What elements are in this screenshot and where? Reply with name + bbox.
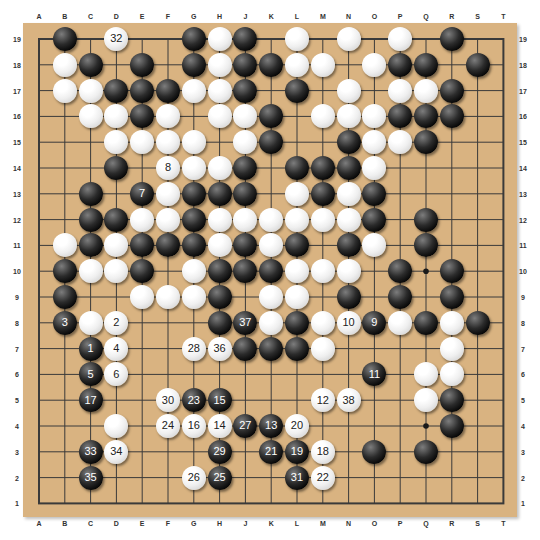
stone-D4[interactable]: [104, 414, 128, 438]
stone-Q8[interactable]: [414, 311, 438, 335]
stone-F9[interactable]: [156, 285, 180, 309]
stone-L14[interactable]: [285, 156, 309, 180]
coord-label: 19: [13, 36, 21, 43]
stone-C18[interactable]: [79, 53, 103, 77]
move-number: 13: [265, 420, 277, 431]
coord-label: D: [114, 520, 119, 527]
stone-F14[interactable]: 8: [156, 156, 180, 180]
stone-E11[interactable]: [130, 233, 154, 257]
stone-K7[interactable]: [259, 337, 283, 361]
stone-H18[interactable]: [208, 53, 232, 77]
stone-D6[interactable]: 6: [104, 362, 128, 386]
stone-L2[interactable]: 31: [285, 466, 309, 490]
stone-G9[interactable]: [182, 285, 206, 309]
stone-C5[interactable]: 17: [79, 388, 103, 412]
stone-G2[interactable]: 26: [182, 466, 206, 490]
stone-G14[interactable]: [182, 156, 206, 180]
coord-label: R: [449, 13, 454, 20]
stone-F5[interactable]: 30: [156, 388, 180, 412]
stone-C13[interactable]: [79, 182, 103, 206]
coord-label: 10: [13, 268, 21, 275]
stone-N10[interactable]: [337, 259, 361, 283]
stone-P18[interactable]: [388, 53, 412, 77]
move-number: 21: [265, 446, 277, 457]
stone-N13[interactable]: [337, 182, 361, 206]
stone-H12[interactable]: [208, 208, 232, 232]
stone-M5[interactable]: 12: [311, 388, 335, 412]
stone-B17[interactable]: [53, 79, 77, 103]
stone-N16[interactable]: [337, 104, 361, 128]
stone-Q16[interactable]: [414, 104, 438, 128]
coord-label: O: [372, 520, 377, 527]
move-number: 31: [291, 472, 303, 483]
move-number: 27: [239, 420, 251, 431]
move-number: 8: [165, 162, 171, 173]
move-number: 6: [113, 369, 119, 380]
stone-J13[interactable]: [233, 182, 257, 206]
coord-label: 3: [521, 448, 525, 455]
coord-label: A: [36, 13, 41, 20]
stone-L13[interactable]: [285, 182, 309, 206]
stone-D19[interactable]: 32: [104, 27, 128, 51]
stone-M8[interactable]: [311, 311, 335, 335]
stone-J18[interactable]: [233, 53, 257, 77]
move-number: 26: [188, 472, 200, 483]
stone-N11[interactable]: [337, 233, 361, 257]
stone-H13[interactable]: [208, 182, 232, 206]
coord-label: 17: [13, 87, 21, 94]
stone-K16[interactable]: [259, 104, 283, 128]
stone-J8[interactable]: 37: [233, 311, 257, 335]
coord-label: 6: [521, 371, 525, 378]
stone-K4[interactable]: 13: [259, 414, 283, 438]
coord-label: 8: [15, 319, 19, 326]
stone-N15[interactable]: [337, 130, 361, 154]
stone-G12[interactable]: [182, 208, 206, 232]
stone-S18[interactable]: [466, 53, 490, 77]
stone-H5[interactable]: 15: [208, 388, 232, 412]
stone-F12[interactable]: [156, 208, 180, 232]
stone-M14[interactable]: [311, 156, 335, 180]
move-number: 34: [110, 446, 122, 457]
stone-P16[interactable]: [388, 104, 412, 128]
stone-M18[interactable]: [311, 53, 335, 77]
stone-O18[interactable]: [362, 53, 386, 77]
move-number: 10: [342, 317, 354, 328]
coord-label: S: [475, 13, 480, 20]
stone-K15[interactable]: [259, 130, 283, 154]
stone-R10[interactable]: [440, 259, 464, 283]
coord-label: K: [269, 13, 274, 20]
stone-F13[interactable]: [156, 182, 180, 206]
move-number: 17: [84, 395, 96, 406]
stone-D12[interactable]: [104, 208, 128, 232]
coord-label: 3: [15, 448, 19, 455]
move-number: 23: [188, 395, 200, 406]
coord-label: J: [243, 520, 247, 527]
stone-D14[interactable]: [104, 156, 128, 180]
move-number: 29: [213, 446, 225, 457]
coord-label: C: [88, 520, 93, 527]
coord-label: 16: [519, 113, 527, 120]
move-number: 30: [162, 395, 174, 406]
stone-E12[interactable]: [130, 208, 154, 232]
coord-label: G: [191, 13, 196, 20]
stone-D10[interactable]: [104, 259, 128, 283]
coord-label: 11: [13, 242, 20, 249]
move-number: 20: [291, 420, 303, 431]
coord-label: 18: [13, 61, 21, 68]
stone-R7[interactable]: [440, 337, 464, 361]
stone-D17[interactable]: [104, 79, 128, 103]
stone-L4[interactable]: 20: [285, 414, 309, 438]
coord-label: 7: [521, 345, 525, 352]
stone-L8[interactable]: [285, 311, 309, 335]
stone-K10[interactable]: [259, 259, 283, 283]
stone-O13[interactable]: [362, 182, 386, 206]
stone-O8[interactable]: 9: [362, 311, 386, 335]
stone-F4[interactable]: 24: [156, 414, 180, 438]
stone-G17[interactable]: [182, 79, 206, 103]
coord-label: T: [501, 520, 505, 527]
stone-M16[interactable]: [311, 104, 335, 128]
move-number: 9: [371, 317, 377, 328]
stone-L17[interactable]: [285, 79, 309, 103]
coord-label: T: [501, 13, 505, 20]
stone-J14[interactable]: [233, 156, 257, 180]
stone-C6[interactable]: 5: [79, 362, 103, 386]
stone-M12[interactable]: [311, 208, 335, 232]
stone-K3[interactable]: 21: [259, 440, 283, 464]
move-number: 18: [317, 446, 329, 457]
stone-N8[interactable]: 10: [337, 311, 361, 335]
stone-O6[interactable]: 11: [362, 362, 386, 386]
coord-label: 16: [13, 113, 21, 120]
move-number: 16: [188, 420, 200, 431]
coord-label: E: [140, 13, 145, 20]
stone-B9[interactable]: [53, 285, 77, 309]
coord-label: H: [217, 520, 222, 527]
stone-E15[interactable]: [130, 130, 154, 154]
stone-P9[interactable]: [388, 285, 412, 309]
stone-H8[interactable]: [208, 311, 232, 335]
stone-R6[interactable]: [440, 362, 464, 386]
stone-J19[interactable]: [233, 27, 257, 51]
stone-Q12[interactable]: [414, 208, 438, 232]
stone-R16[interactable]: [440, 104, 464, 128]
stone-G10[interactable]: [182, 259, 206, 283]
stone-R19[interactable]: [440, 27, 464, 51]
stone-O12[interactable]: [362, 208, 386, 232]
stone-J17[interactable]: [233, 79, 257, 103]
stone-R17[interactable]: [440, 79, 464, 103]
stone-M10[interactable]: [311, 259, 335, 283]
move-number: 24: [162, 420, 174, 431]
coord-label: Q: [423, 13, 428, 20]
stone-J10[interactable]: [233, 259, 257, 283]
stone-E18[interactable]: [130, 53, 154, 77]
stone-Q17[interactable]: [414, 79, 438, 103]
stone-G7[interactable]: 28: [182, 337, 206, 361]
coord-label: 2: [521, 474, 525, 481]
stone-J7[interactable]: [233, 337, 257, 361]
stone-P8[interactable]: [388, 311, 412, 335]
stone-D15[interactable]: [104, 130, 128, 154]
stone-L12[interactable]: [285, 208, 309, 232]
stone-E9[interactable]: [130, 285, 154, 309]
stone-B10[interactable]: [53, 259, 77, 283]
coord-label: 8: [521, 319, 525, 326]
stone-J15[interactable]: [233, 130, 257, 154]
stone-G15[interactable]: [182, 130, 206, 154]
coord-label: C: [88, 13, 93, 20]
stone-G5[interactable]: 23: [182, 388, 206, 412]
stone-F17[interactable]: [156, 79, 180, 103]
stone-N5[interactable]: 38: [337, 388, 361, 412]
coord-label: 12: [519, 216, 527, 223]
stone-R8[interactable]: [440, 311, 464, 335]
stone-Q3[interactable]: [414, 440, 438, 464]
stone-O16[interactable]: [362, 104, 386, 128]
coord-label: 10: [519, 268, 527, 275]
stone-G11[interactable]: [182, 233, 206, 257]
coord-label: K: [269, 520, 274, 527]
stone-C16[interactable]: [79, 104, 103, 128]
stone-E16[interactable]: [130, 104, 154, 128]
coord-label: 7: [15, 345, 19, 352]
stone-C11[interactable]: [79, 233, 103, 257]
move-number: 33: [84, 446, 96, 457]
coord-label: E: [140, 520, 145, 527]
stone-H3[interactable]: 29: [208, 440, 232, 464]
coord-label: Q: [423, 520, 428, 527]
stone-M2[interactable]: 22: [311, 466, 335, 490]
stone-N14[interactable]: [337, 156, 361, 180]
move-number: 3: [62, 317, 68, 328]
stone-P15[interactable]: [388, 130, 412, 154]
stone-J12[interactable]: [233, 208, 257, 232]
stone-E10[interactable]: [130, 259, 154, 283]
stone-C10[interactable]: [79, 259, 103, 283]
stone-R4[interactable]: [440, 414, 464, 438]
stone-C3[interactable]: 33: [79, 440, 103, 464]
coord-label: B: [62, 520, 67, 527]
coord-label: 13: [13, 190, 21, 197]
stone-K18[interactable]: [259, 53, 283, 77]
stone-E13[interactable]: 7: [130, 182, 154, 206]
stone-B19[interactable]: [53, 27, 77, 51]
stone-D11[interactable]: [104, 233, 128, 257]
stone-H16[interactable]: [208, 104, 232, 128]
coord-label: P: [398, 520, 403, 527]
stone-G13[interactable]: [182, 182, 206, 206]
coord-label: R: [449, 520, 454, 527]
coord-label: 13: [519, 190, 527, 197]
coord-label: 15: [519, 139, 527, 146]
stone-R5[interactable]: [440, 388, 464, 412]
stone-C8[interactable]: [79, 311, 103, 335]
move-number: 14: [213, 420, 225, 431]
coord-label: L: [295, 13, 299, 20]
stone-G4[interactable]: 16: [182, 414, 206, 438]
coord-label: N: [346, 13, 351, 20]
move-number: 19: [291, 446, 303, 457]
coord-label: M: [320, 520, 326, 527]
stone-K12[interactable]: [259, 208, 283, 232]
stone-F15[interactable]: [156, 130, 180, 154]
stone-O3[interactable]: [362, 440, 386, 464]
stone-S8[interactable]: [466, 311, 490, 335]
coord-label: M: [320, 13, 326, 20]
stone-Q18[interactable]: [414, 53, 438, 77]
stone-M3[interactable]: 18: [311, 440, 335, 464]
move-number: 22: [317, 472, 329, 483]
stone-L9[interactable]: [285, 285, 309, 309]
stone-N17[interactable]: [337, 79, 361, 103]
coord-label: 12: [13, 216, 21, 223]
coord-label: L: [295, 520, 299, 527]
coord-label: H: [217, 13, 222, 20]
stone-B18[interactable]: [53, 53, 77, 77]
stone-H17[interactable]: [208, 79, 232, 103]
stone-N12[interactable]: [337, 208, 361, 232]
stone-Q5[interactable]: [414, 388, 438, 412]
coord-label: 18: [519, 61, 527, 68]
stone-N9[interactable]: [337, 285, 361, 309]
stone-H11[interactable]: [208, 233, 232, 257]
stone-J4[interactable]: 27: [233, 414, 257, 438]
coord-label: 15: [13, 139, 21, 146]
stone-L11[interactable]: [285, 233, 309, 257]
coord-label: 1: [15, 500, 19, 507]
stone-P19[interactable]: [388, 27, 412, 51]
stone-C12[interactable]: [79, 208, 103, 232]
move-number: 5: [88, 369, 94, 380]
stone-N19[interactable]: [337, 27, 361, 51]
stone-D3[interactable]: 34: [104, 440, 128, 464]
coord-label: 4: [15, 423, 19, 430]
stone-L19[interactable]: [285, 27, 309, 51]
stone-C2[interactable]: 35: [79, 466, 103, 490]
stone-E17[interactable]: [130, 79, 154, 103]
coord-label: 5: [15, 397, 19, 404]
coord-label: 1: [521, 500, 525, 507]
coord-label: D: [114, 13, 119, 20]
move-number: 32: [110, 33, 122, 44]
coord-label: O: [372, 13, 377, 20]
stones-layer: 3287323710914283656111730231512382416142…: [26, 26, 516, 516]
coord-label: 19: [519, 36, 527, 43]
stone-L10[interactable]: [285, 259, 309, 283]
coord-label: P: [398, 13, 403, 20]
stone-C17[interactable]: [79, 79, 103, 103]
move-number: 7: [139, 188, 145, 199]
stone-H9[interactable]: [208, 285, 232, 309]
stone-D7[interactable]: 4: [104, 337, 128, 361]
move-number: 28: [188, 343, 200, 354]
stone-J16[interactable]: [233, 104, 257, 128]
move-number: 12: [317, 395, 329, 406]
stone-O11[interactable]: [362, 233, 386, 257]
stone-G19[interactable]: [182, 27, 206, 51]
stone-K11[interactable]: [259, 233, 283, 257]
coord-label: N: [346, 520, 351, 527]
coord-label: G: [191, 520, 196, 527]
stone-H10[interactable]: [208, 259, 232, 283]
stone-B11[interactable]: [53, 233, 77, 257]
stone-K8[interactable]: [259, 311, 283, 335]
stone-L3[interactable]: 19: [285, 440, 309, 464]
move-number: 25: [213, 472, 225, 483]
coord-label: F: [166, 13, 170, 20]
stone-Q15[interactable]: [414, 130, 438, 154]
coord-label: 9: [15, 294, 19, 301]
move-number: 35: [84, 472, 96, 483]
stone-G18[interactable]: [182, 53, 206, 77]
coord-label: B: [62, 13, 67, 20]
coord-label: 17: [519, 87, 527, 94]
stone-M13[interactable]: [311, 182, 335, 206]
move-number: 37: [239, 317, 251, 328]
coord-label: 9: [521, 294, 525, 301]
move-number: 15: [213, 395, 225, 406]
move-number: 11: [369, 369, 380, 380]
move-number: 38: [342, 395, 354, 406]
coord-label: 14: [519, 165, 527, 172]
stone-H19[interactable]: [208, 27, 232, 51]
stone-L18[interactable]: [285, 53, 309, 77]
stone-C7[interactable]: 1: [79, 337, 103, 361]
coord-label: F: [166, 520, 170, 527]
stone-O14[interactable]: [362, 156, 386, 180]
coord-label: 5: [521, 397, 525, 404]
stone-D16[interactable]: [104, 104, 128, 128]
stone-F16[interactable]: [156, 104, 180, 128]
go-board[interactable]: 3287323710914283656111730231512382416142…: [23, 23, 517, 517]
coord-label: 14: [13, 165, 21, 172]
stone-H7[interactable]: 36: [208, 337, 232, 361]
stone-H14[interactable]: [208, 156, 232, 180]
move-number: 4: [113, 343, 119, 354]
stone-P10[interactable]: [388, 259, 412, 283]
coord-label: 6: [15, 371, 19, 378]
coord-label: 4: [521, 423, 525, 430]
stone-Q6[interactable]: [414, 362, 438, 386]
stone-D8[interactable]: 2: [104, 311, 128, 335]
stone-P17[interactable]: [388, 79, 412, 103]
coord-label: 2: [15, 474, 19, 481]
stone-Q11[interactable]: [414, 233, 438, 257]
stone-M7[interactable]: [311, 337, 335, 361]
coord-label: 11: [519, 242, 526, 249]
stone-H2[interactable]: 25: [208, 466, 232, 490]
move-number: 1: [88, 343, 94, 354]
stone-F11[interactable]: [156, 233, 180, 257]
stone-H4[interactable]: 14: [208, 414, 232, 438]
coord-label: J: [243, 13, 247, 20]
stone-O15[interactable]: [362, 130, 386, 154]
coord-label: S: [475, 520, 480, 527]
stone-R9[interactable]: [440, 285, 464, 309]
stone-K9[interactable]: [259, 285, 283, 309]
move-number: 2: [113, 317, 119, 328]
stone-L7[interactable]: [285, 337, 309, 361]
stone-B8[interactable]: 3: [53, 311, 77, 335]
coord-label: A: [36, 520, 41, 527]
stone-J11[interactable]: [233, 233, 257, 257]
move-number: 36: [213, 343, 225, 354]
